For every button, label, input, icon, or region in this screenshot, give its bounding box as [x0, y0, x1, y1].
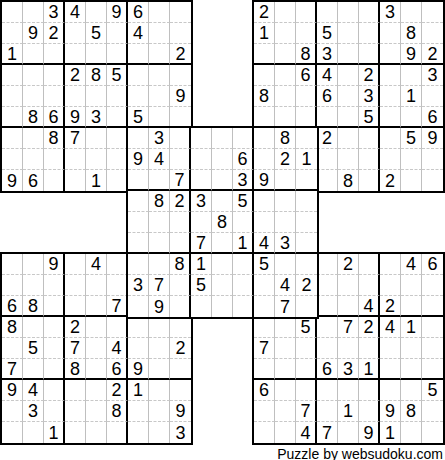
- sudoku-cell[interactable]: [275, 254, 296, 275]
- sudoku-cell[interactable]: 9: [170, 86, 191, 107]
- sudoku-cell[interactable]: 3: [86, 107, 107, 128]
- sudoku-cell[interactable]: 5: [254, 254, 275, 275]
- sudoku-cell[interactable]: 8: [401, 401, 422, 422]
- sudoku-cell[interactable]: [401, 422, 422, 443]
- sudoku-cell[interactable]: [44, 359, 65, 380]
- sudoku-cell[interactable]: [65, 296, 86, 317]
- sudoku-cell[interactable]: 8: [149, 191, 170, 212]
- sudoku-cell[interactable]: [401, 2, 422, 23]
- sudoku-cell[interactable]: [86, 86, 107, 107]
- sudoku-cell[interactable]: 4: [317, 65, 338, 86]
- sudoku-cell[interactable]: [212, 170, 233, 191]
- sudoku-cell[interactable]: [107, 107, 128, 128]
- sudoku-cell[interactable]: [212, 275, 233, 296]
- sudoku-cell[interactable]: [2, 2, 23, 23]
- sudoku-cell[interactable]: [149, 233, 170, 254]
- sudoku-cell[interactable]: 9: [23, 23, 44, 44]
- sudoku-cell[interactable]: [275, 107, 296, 128]
- sudoku-cell[interactable]: [149, 380, 170, 401]
- sudoku-cell[interactable]: [86, 275, 107, 296]
- sudoku-cell[interactable]: [128, 296, 149, 317]
- sudoku-cell[interactable]: [380, 107, 401, 128]
- sudoku-cell[interactable]: [317, 317, 338, 338]
- sudoku-cell[interactable]: [2, 338, 23, 359]
- sudoku-cell[interactable]: [128, 233, 149, 254]
- sudoku-cell[interactable]: [191, 128, 212, 149]
- sudoku-cell[interactable]: 4: [23, 380, 44, 401]
- sudoku-cell[interactable]: [23, 275, 44, 296]
- sudoku-cell[interactable]: [275, 86, 296, 107]
- sudoku-cell[interactable]: [170, 275, 191, 296]
- sudoku-cell[interactable]: [149, 359, 170, 380]
- sudoku-cell[interactable]: 3: [359, 86, 380, 107]
- sudoku-cell[interactable]: 8: [338, 170, 359, 191]
- sudoku-cell[interactable]: [338, 86, 359, 107]
- sudoku-cell[interactable]: [296, 86, 317, 107]
- sudoku-cell[interactable]: 8: [254, 86, 275, 107]
- sudoku-cell[interactable]: 9: [401, 44, 422, 65]
- sudoku-cell[interactable]: 9: [359, 422, 380, 443]
- sudoku-cell[interactable]: [44, 86, 65, 107]
- sudoku-cell[interactable]: [380, 254, 401, 275]
- sudoku-cell[interactable]: [86, 317, 107, 338]
- sudoku-cell[interactable]: [422, 317, 443, 338]
- sudoku-cell[interactable]: 2: [65, 317, 86, 338]
- sudoku-cell[interactable]: [338, 23, 359, 44]
- sudoku-cell[interactable]: [359, 2, 380, 23]
- sudoku-cell[interactable]: [44, 338, 65, 359]
- sudoku-cell[interactable]: 7: [275, 296, 296, 317]
- sudoku-cell[interactable]: [254, 191, 275, 212]
- sudoku-cell[interactable]: 6: [422, 254, 443, 275]
- sudoku-cell[interactable]: 8: [401, 23, 422, 44]
- sudoku-cell[interactable]: [296, 128, 317, 149]
- sudoku-cell[interactable]: [23, 149, 44, 170]
- sudoku-cell[interactable]: 2: [359, 65, 380, 86]
- sudoku-cell[interactable]: [128, 317, 149, 338]
- sudoku-cell[interactable]: [380, 44, 401, 65]
- sudoku-cell[interactable]: [149, 317, 170, 338]
- sudoku-cell[interactable]: [107, 317, 128, 338]
- sudoku-cell[interactable]: 8: [23, 296, 44, 317]
- sudoku-cell[interactable]: 5: [86, 23, 107, 44]
- sudoku-cell[interactable]: [212, 191, 233, 212]
- sudoku-cell[interactable]: [296, 233, 317, 254]
- sudoku-cell[interactable]: 2: [380, 170, 401, 191]
- sudoku-cell[interactable]: 4: [107, 338, 128, 359]
- sudoku-cell[interactable]: 3: [338, 359, 359, 380]
- sudoku-cell[interactable]: 4: [149, 149, 170, 170]
- sudoku-cell[interactable]: 5: [191, 275, 212, 296]
- sudoku-cell[interactable]: [2, 23, 23, 44]
- sudoku-cell[interactable]: 4: [65, 2, 86, 23]
- sudoku-cell[interactable]: [338, 44, 359, 65]
- sudoku-cell[interactable]: [23, 359, 44, 380]
- sudoku-cell[interactable]: [128, 338, 149, 359]
- sudoku-cell[interactable]: 2: [338, 254, 359, 275]
- sudoku-cell[interactable]: [317, 254, 338, 275]
- sudoku-cell[interactable]: 7: [191, 233, 212, 254]
- sudoku-cell[interactable]: 7: [65, 338, 86, 359]
- sudoku-cell[interactable]: [128, 254, 149, 275]
- sudoku-cell[interactable]: [275, 191, 296, 212]
- sudoku-cell[interactable]: [254, 422, 275, 443]
- sudoku-cell[interactable]: 7: [2, 359, 23, 380]
- sudoku-cell[interactable]: 9: [380, 401, 401, 422]
- sudoku-cell[interactable]: [44, 275, 65, 296]
- sudoku-cell[interactable]: [23, 86, 44, 107]
- sudoku-cell[interactable]: [401, 65, 422, 86]
- sudoku-cell[interactable]: 2: [359, 317, 380, 338]
- sudoku-cell[interactable]: [65, 170, 86, 191]
- sudoku-cell[interactable]: 2: [275, 149, 296, 170]
- sudoku-cell[interactable]: [275, 338, 296, 359]
- sudoku-cell[interactable]: [170, 107, 191, 128]
- sudoku-cell[interactable]: 6: [296, 65, 317, 86]
- sudoku-cell[interactable]: [23, 44, 44, 65]
- sudoku-cell[interactable]: [296, 2, 317, 23]
- sudoku-cell[interactable]: [380, 380, 401, 401]
- sudoku-cell[interactable]: 4: [128, 23, 149, 44]
- sudoku-cell[interactable]: [170, 359, 191, 380]
- sudoku-cell[interactable]: [254, 296, 275, 317]
- sudoku-cell[interactable]: [149, 170, 170, 191]
- sudoku-cell[interactable]: [2, 149, 23, 170]
- sudoku-cell[interactable]: [380, 149, 401, 170]
- sudoku-cell[interactable]: [2, 254, 23, 275]
- sudoku-cell[interactable]: [401, 380, 422, 401]
- sudoku-cell[interactable]: [2, 107, 23, 128]
- sudoku-cell[interactable]: 8: [86, 65, 107, 86]
- sudoku-cell[interactable]: 1: [233, 233, 254, 254]
- sudoku-cell[interactable]: 3: [128, 275, 149, 296]
- sudoku-cell[interactable]: 4: [401, 254, 422, 275]
- sudoku-cell[interactable]: 7: [107, 296, 128, 317]
- sudoku-cell[interactable]: [170, 380, 191, 401]
- sudoku-cell[interactable]: 1: [128, 380, 149, 401]
- sudoku-cell[interactable]: [23, 128, 44, 149]
- sudoku-cell[interactable]: 1: [401, 317, 422, 338]
- sudoku-cell[interactable]: [296, 359, 317, 380]
- sudoku-cell[interactable]: [23, 317, 44, 338]
- sudoku-cell[interactable]: [128, 86, 149, 107]
- sudoku-cell[interactable]: 6: [107, 359, 128, 380]
- sudoku-cell[interactable]: 1: [359, 359, 380, 380]
- sudoku-cell[interactable]: [275, 359, 296, 380]
- sudoku-cell[interactable]: [380, 128, 401, 149]
- sudoku-cell[interactable]: [254, 401, 275, 422]
- sudoku-cell[interactable]: 6: [128, 2, 149, 23]
- sudoku-cell[interactable]: [2, 128, 23, 149]
- sudoku-cell[interactable]: 5: [359, 107, 380, 128]
- sudoku-cell[interactable]: [107, 149, 128, 170]
- sudoku-cell[interactable]: [44, 401, 65, 422]
- sudoku-cell[interactable]: [86, 401, 107, 422]
- sudoku-cell[interactable]: [44, 317, 65, 338]
- sudoku-cell[interactable]: [338, 2, 359, 23]
- sudoku-cell[interactable]: 9: [44, 254, 65, 275]
- sudoku-cell[interactable]: 1: [2, 44, 23, 65]
- sudoku-cell[interactable]: [275, 23, 296, 44]
- sudoku-cell[interactable]: 1: [401, 86, 422, 107]
- sudoku-cell[interactable]: [380, 275, 401, 296]
- sudoku-cell[interactable]: [422, 359, 443, 380]
- sudoku-cell[interactable]: [359, 275, 380, 296]
- sudoku-cell[interactable]: [254, 65, 275, 86]
- sudoku-cell[interactable]: [401, 107, 422, 128]
- sudoku-cell[interactable]: [170, 65, 191, 86]
- sudoku-cell[interactable]: [401, 338, 422, 359]
- sudoku-cell[interactable]: [212, 296, 233, 317]
- sudoku-cell[interactable]: [401, 296, 422, 317]
- sudoku-cell[interactable]: [212, 254, 233, 275]
- sudoku-cell[interactable]: 9: [2, 380, 23, 401]
- sudoku-cell[interactable]: [233, 254, 254, 275]
- sudoku-cell[interactable]: [170, 233, 191, 254]
- sudoku-cell[interactable]: [2, 401, 23, 422]
- sudoku-cell[interactable]: 7: [296, 401, 317, 422]
- sudoku-cell[interactable]: [275, 401, 296, 422]
- sudoku-cell[interactable]: 9: [128, 149, 149, 170]
- sudoku-cell[interactable]: 9: [422, 128, 443, 149]
- sudoku-cell[interactable]: 9: [2, 170, 23, 191]
- sudoku-cell[interactable]: [233, 275, 254, 296]
- sudoku-cell[interactable]: [44, 65, 65, 86]
- sudoku-cell[interactable]: 2: [65, 65, 86, 86]
- sudoku-cell[interactable]: [338, 149, 359, 170]
- sudoku-cell[interactable]: [65, 86, 86, 107]
- sudoku-cell[interactable]: 3: [317, 44, 338, 65]
- sudoku-cell[interactable]: [128, 191, 149, 212]
- sudoku-cell[interactable]: [296, 191, 317, 212]
- sudoku-cell[interactable]: [296, 107, 317, 128]
- sudoku-cell[interactable]: [191, 170, 212, 191]
- sudoku-cell[interactable]: [422, 86, 443, 107]
- sudoku-cell[interactable]: [191, 212, 212, 233]
- sudoku-cell[interactable]: [380, 65, 401, 86]
- sudoku-cell[interactable]: [107, 422, 128, 443]
- sudoku-cell[interactable]: 3: [149, 128, 170, 149]
- sudoku-cell[interactable]: [338, 107, 359, 128]
- sudoku-cell[interactable]: [296, 296, 317, 317]
- sudoku-cell[interactable]: 6: [317, 359, 338, 380]
- sudoku-cell[interactable]: [275, 170, 296, 191]
- sudoku-cell[interactable]: [191, 149, 212, 170]
- sudoku-cell[interactable]: [128, 422, 149, 443]
- sudoku-cell[interactable]: 2: [422, 44, 443, 65]
- sudoku-cell[interactable]: 5: [23, 338, 44, 359]
- sudoku-cell[interactable]: 6: [254, 380, 275, 401]
- sudoku-cell[interactable]: [65, 380, 86, 401]
- sudoku-cell[interactable]: [107, 23, 128, 44]
- sudoku-cell[interactable]: [86, 149, 107, 170]
- sudoku-cell[interactable]: [2, 422, 23, 443]
- sudoku-cell[interactable]: 8: [65, 359, 86, 380]
- sudoku-cell[interactable]: [107, 254, 128, 275]
- sudoku-cell[interactable]: 9: [170, 401, 191, 422]
- sudoku-cell[interactable]: [212, 128, 233, 149]
- sudoku-cell[interactable]: 4: [380, 317, 401, 338]
- sudoku-cell[interactable]: [107, 86, 128, 107]
- sudoku-cell[interactable]: [86, 296, 107, 317]
- sudoku-cell[interactable]: [338, 296, 359, 317]
- sudoku-cell[interactable]: [359, 254, 380, 275]
- sudoku-cell[interactable]: [149, 107, 170, 128]
- sudoku-cell[interactable]: [65, 401, 86, 422]
- sudoku-cell[interactable]: 6: [233, 149, 254, 170]
- sudoku-cell[interactable]: [275, 212, 296, 233]
- sudoku-cell[interactable]: [2, 65, 23, 86]
- sudoku-cell[interactable]: [359, 128, 380, 149]
- sudoku-cell[interactable]: [254, 128, 275, 149]
- sudoku-cell[interactable]: [254, 107, 275, 128]
- sudoku-cell[interactable]: [401, 149, 422, 170]
- sudoku-cell[interactable]: [359, 44, 380, 65]
- sudoku-cell[interactable]: [317, 149, 338, 170]
- sudoku-cell[interactable]: [338, 422, 359, 443]
- sudoku-cell[interactable]: 5: [317, 23, 338, 44]
- sudoku-cell[interactable]: 8: [23, 107, 44, 128]
- sudoku-cell[interactable]: [296, 212, 317, 233]
- sudoku-cell[interactable]: [380, 359, 401, 380]
- sudoku-cell[interactable]: [149, 212, 170, 233]
- sudoku-cell[interactable]: [359, 338, 380, 359]
- sudoku-cell[interactable]: [359, 23, 380, 44]
- sudoku-cell[interactable]: 9: [128, 359, 149, 380]
- sudoku-cell[interactable]: [149, 44, 170, 65]
- sudoku-cell[interactable]: [275, 2, 296, 23]
- sudoku-cell[interactable]: 6: [23, 170, 44, 191]
- sudoku-cell[interactable]: [254, 275, 275, 296]
- sudoku-cell[interactable]: [149, 86, 170, 107]
- sudoku-cell[interactable]: 8: [212, 212, 233, 233]
- sudoku-cell[interactable]: 5: [233, 191, 254, 212]
- sudoku-cell[interactable]: 2: [380, 296, 401, 317]
- sudoku-cell[interactable]: [2, 86, 23, 107]
- sudoku-cell[interactable]: [65, 149, 86, 170]
- sudoku-cell[interactable]: [149, 23, 170, 44]
- sudoku-cell[interactable]: [44, 296, 65, 317]
- sudoku-cell[interactable]: [23, 2, 44, 23]
- sudoku-cell[interactable]: [44, 380, 65, 401]
- sudoku-cell[interactable]: 2: [107, 380, 128, 401]
- sudoku-cell[interactable]: [65, 422, 86, 443]
- sudoku-cell[interactable]: 4: [275, 275, 296, 296]
- sudoku-cell[interactable]: [44, 170, 65, 191]
- sudoku-cell[interactable]: 8: [2, 317, 23, 338]
- sudoku-cell[interactable]: 1: [44, 422, 65, 443]
- sudoku-cell[interactable]: [317, 401, 338, 422]
- sudoku-cell[interactable]: [128, 401, 149, 422]
- sudoku-cell[interactable]: 9: [65, 107, 86, 128]
- sudoku-cell[interactable]: [275, 422, 296, 443]
- sudoku-cell[interactable]: [170, 296, 191, 317]
- sudoku-cell[interactable]: 4: [254, 233, 275, 254]
- sudoku-cell[interactable]: 2: [317, 128, 338, 149]
- sudoku-cell[interactable]: [338, 128, 359, 149]
- sudoku-cell[interactable]: [23, 422, 44, 443]
- sudoku-cell[interactable]: [338, 380, 359, 401]
- sudoku-cell[interactable]: 9: [107, 2, 128, 23]
- sudoku-cell[interactable]: 5: [107, 65, 128, 86]
- sudoku-cell[interactable]: 2: [170, 191, 191, 212]
- sudoku-cell[interactable]: [359, 170, 380, 191]
- sudoku-cell[interactable]: [170, 317, 191, 338]
- sudoku-cell[interactable]: [317, 275, 338, 296]
- sudoku-cell[interactable]: [254, 212, 275, 233]
- sudoku-cell[interactable]: 2: [44, 23, 65, 44]
- sudoku-cell[interactable]: [107, 275, 128, 296]
- sudoku-cell[interactable]: [86, 338, 107, 359]
- sudoku-cell[interactable]: [296, 23, 317, 44]
- sudoku-cell[interactable]: 3: [191, 191, 212, 212]
- sudoku-cell[interactable]: [191, 296, 212, 317]
- sudoku-cell[interactable]: 1: [380, 422, 401, 443]
- sudoku-cell[interactable]: 9: [149, 296, 170, 317]
- sudoku-cell[interactable]: 1: [191, 254, 212, 275]
- sudoku-cell[interactable]: [359, 401, 380, 422]
- sudoku-cell[interactable]: [107, 170, 128, 191]
- sudoku-cell[interactable]: 3: [44, 2, 65, 23]
- sudoku-cell[interactable]: [254, 44, 275, 65]
- sudoku-cell[interactable]: 7: [254, 338, 275, 359]
- sudoku-cell[interactable]: [65, 254, 86, 275]
- sudoku-cell[interactable]: [65, 44, 86, 65]
- sudoku-cell[interactable]: 3: [23, 401, 44, 422]
- sudoku-cell[interactable]: 6: [422, 107, 443, 128]
- sudoku-cell[interactable]: 7: [338, 317, 359, 338]
- sudoku-cell[interactable]: 7: [317, 422, 338, 443]
- sudoku-cell[interactable]: [296, 170, 317, 191]
- sudoku-cell[interactable]: [254, 359, 275, 380]
- sudoku-cell[interactable]: [254, 149, 275, 170]
- sudoku-cell[interactable]: [296, 380, 317, 401]
- sudoku-cell[interactable]: [128, 170, 149, 191]
- sudoku-cell[interactable]: 3: [422, 65, 443, 86]
- sudoku-cell[interactable]: 8: [296, 44, 317, 65]
- sudoku-cell[interactable]: [170, 212, 191, 233]
- sudoku-cell[interactable]: [422, 23, 443, 44]
- sudoku-cell[interactable]: 5: [296, 317, 317, 338]
- sudoku-cell[interactable]: [401, 275, 422, 296]
- sudoku-cell[interactable]: 1: [254, 23, 275, 44]
- sudoku-cell[interactable]: 2: [170, 44, 191, 65]
- sudoku-cell[interactable]: 1: [86, 170, 107, 191]
- sudoku-cell[interactable]: [422, 149, 443, 170]
- sudoku-cell[interactable]: [317, 2, 338, 23]
- sudoku-cell[interactable]: 8: [275, 128, 296, 149]
- sudoku-cell[interactable]: [149, 338, 170, 359]
- sudoku-cell[interactable]: [359, 149, 380, 170]
- sudoku-cell[interactable]: [275, 44, 296, 65]
- sudoku-cell[interactable]: [422, 338, 443, 359]
- sudoku-cell[interactable]: 4: [296, 422, 317, 443]
- sudoku-cell[interactable]: 9: [254, 170, 275, 191]
- sudoku-cell[interactable]: [233, 296, 254, 317]
- sudoku-cell[interactable]: [65, 275, 86, 296]
- sudoku-cell[interactable]: [149, 401, 170, 422]
- sudoku-cell[interactable]: [317, 380, 338, 401]
- sudoku-cell[interactable]: [275, 317, 296, 338]
- sudoku-cell[interactable]: [422, 2, 443, 23]
- sudoku-cell[interactable]: 8: [170, 254, 191, 275]
- sudoku-cell[interactable]: [233, 128, 254, 149]
- sudoku-cell[interactable]: [65, 23, 86, 44]
- sudoku-cell[interactable]: [275, 65, 296, 86]
- sudoku-cell[interactable]: [338, 338, 359, 359]
- sudoku-cell[interactable]: [359, 380, 380, 401]
- sudoku-cell[interactable]: 3: [233, 170, 254, 191]
